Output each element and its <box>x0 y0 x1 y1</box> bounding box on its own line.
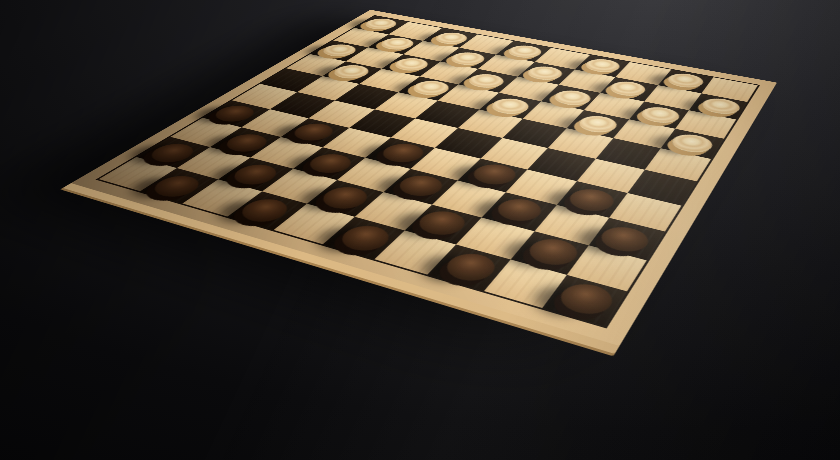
table-surface <box>0 0 840 460</box>
draughts-board <box>71 10 777 346</box>
board-grid <box>96 15 761 328</box>
